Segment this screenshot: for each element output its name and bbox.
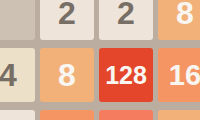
tile-2: 2 (99, 0, 153, 40)
tile-8: 8 (40, 48, 94, 102)
tile-value: 128 (105, 63, 147, 88)
board-2048[interactable]: 2284812816216328 (0, 0, 200, 120)
tile-16: 16 (158, 48, 200, 102)
tile-2: 2 (0, 110, 35, 120)
tile-value: 16 (169, 61, 200, 90)
tile-grid: 2284812816216328 (0, 0, 200, 120)
tile-16: 16 (40, 110, 94, 120)
tile-2: 2 (40, 0, 94, 40)
tile-value: 2 (58, 0, 76, 29)
tile-128: 128 (99, 48, 153, 102)
tile-value: 2 (117, 0, 135, 29)
tile-4: 4 (0, 48, 35, 102)
tile-32: 32 (99, 110, 153, 120)
empty-cell (0, 0, 35, 40)
tile-8: 8 (158, 110, 200, 120)
tile-8: 8 (158, 0, 200, 40)
tile-value: 4 (0, 59, 17, 91)
tile-value: 8 (58, 59, 76, 91)
tile-value: 8 (176, 0, 194, 29)
